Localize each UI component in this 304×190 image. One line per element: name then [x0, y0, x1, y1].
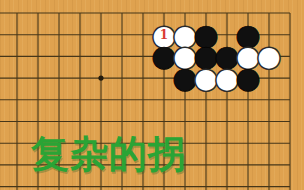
caption-text: 复杂的拐 [31, 129, 187, 180]
stone-white: ● [258, 45, 280, 67]
star-point [98, 76, 103, 81]
stone-black: ● [237, 67, 259, 89]
go-board[interactable]: ●1●●●●●●●●●●●●● 复杂的拐 [0, 0, 304, 190]
